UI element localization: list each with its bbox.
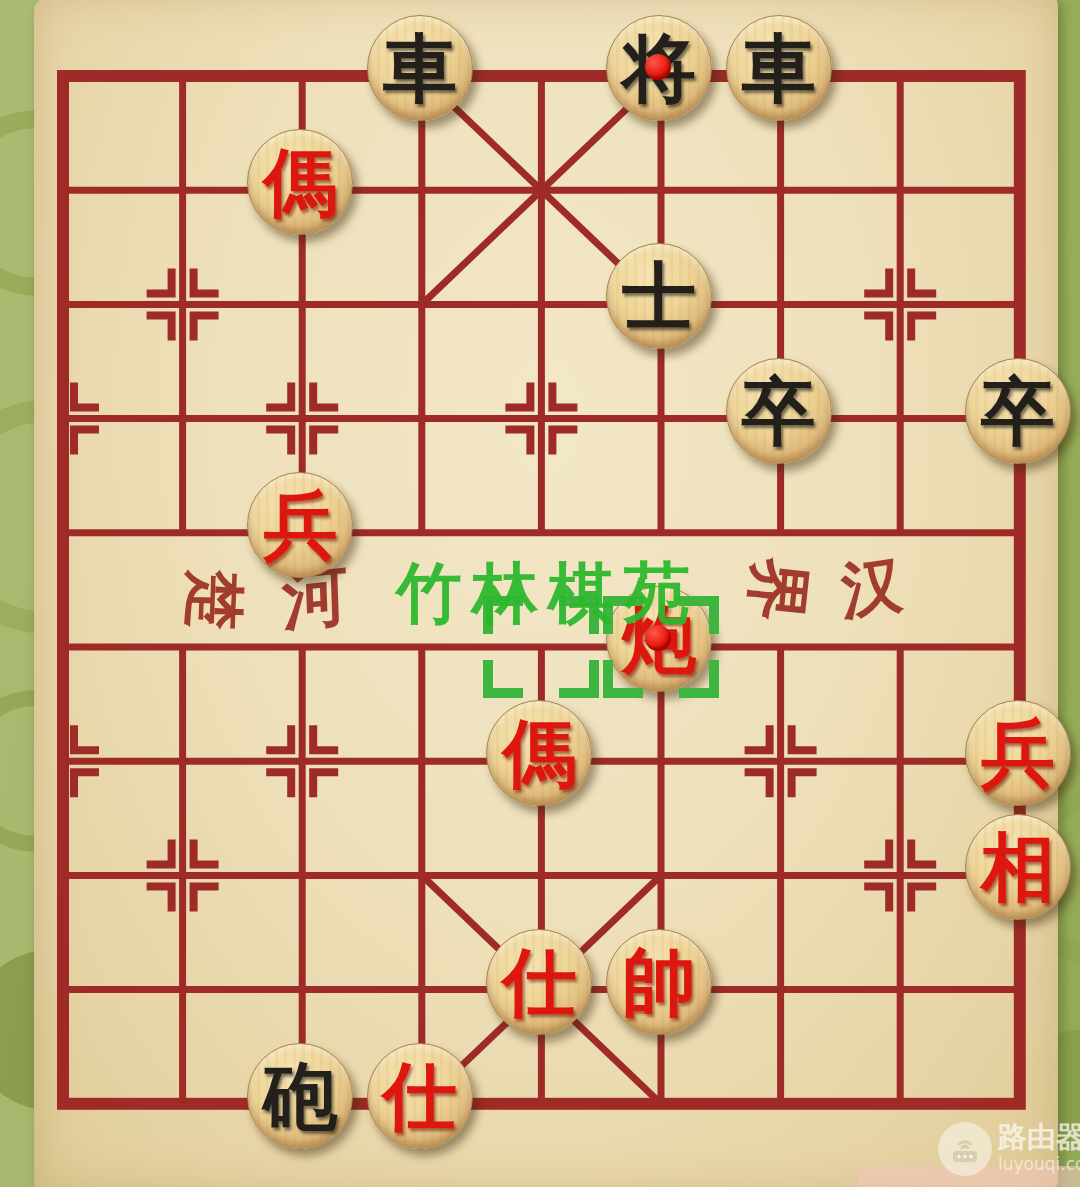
- piece-卒-black[interactable]: 卒: [965, 358, 1071, 464]
- logo-title: 路由器: [998, 1122, 1080, 1154]
- piece-相-red[interactable]: 相: [965, 814, 1071, 920]
- river-char-jie: 界: [737, 549, 818, 630]
- site-logo: 路由器 luyouqi.com: [938, 1122, 1080, 1176]
- river-char-chu: 楚: [177, 562, 254, 639]
- piece-車-black[interactable]: 車: [367, 15, 473, 121]
- piece-仕-red[interactable]: 仕: [486, 929, 592, 1035]
- piece-砲-black[interactable]: 砲: [247, 1043, 353, 1149]
- piece-兵-red[interactable]: 兵: [247, 472, 353, 578]
- piece-傌-red[interactable]: 傌: [247, 129, 353, 235]
- check-indicator-dot: [645, 54, 671, 80]
- watermark-text: 竹林棋苑: [396, 549, 700, 639]
- piece-帥-red[interactable]: 帥: [606, 929, 712, 1035]
- river-char-han: 汉: [833, 546, 910, 630]
- piece-傌-red[interactable]: 傌: [486, 700, 592, 806]
- piece-卒-black[interactable]: 卒: [726, 358, 832, 464]
- xiangqi-app: 楚 河 界 汉 車将車傌士卒卒兵炮傌兵相仕帥砲仕 竹林棋苑 路由器 luyouq…: [0, 0, 1080, 1187]
- logo-domain: luyouqi.com: [998, 1154, 1080, 1174]
- router-icon: [938, 1122, 992, 1176]
- piece-兵-red[interactable]: 兵: [965, 700, 1071, 806]
- piece-車-black[interactable]: 車: [726, 15, 832, 121]
- piece-士-black[interactable]: 士: [606, 243, 712, 349]
- piece-仕-red[interactable]: 仕: [367, 1043, 473, 1149]
